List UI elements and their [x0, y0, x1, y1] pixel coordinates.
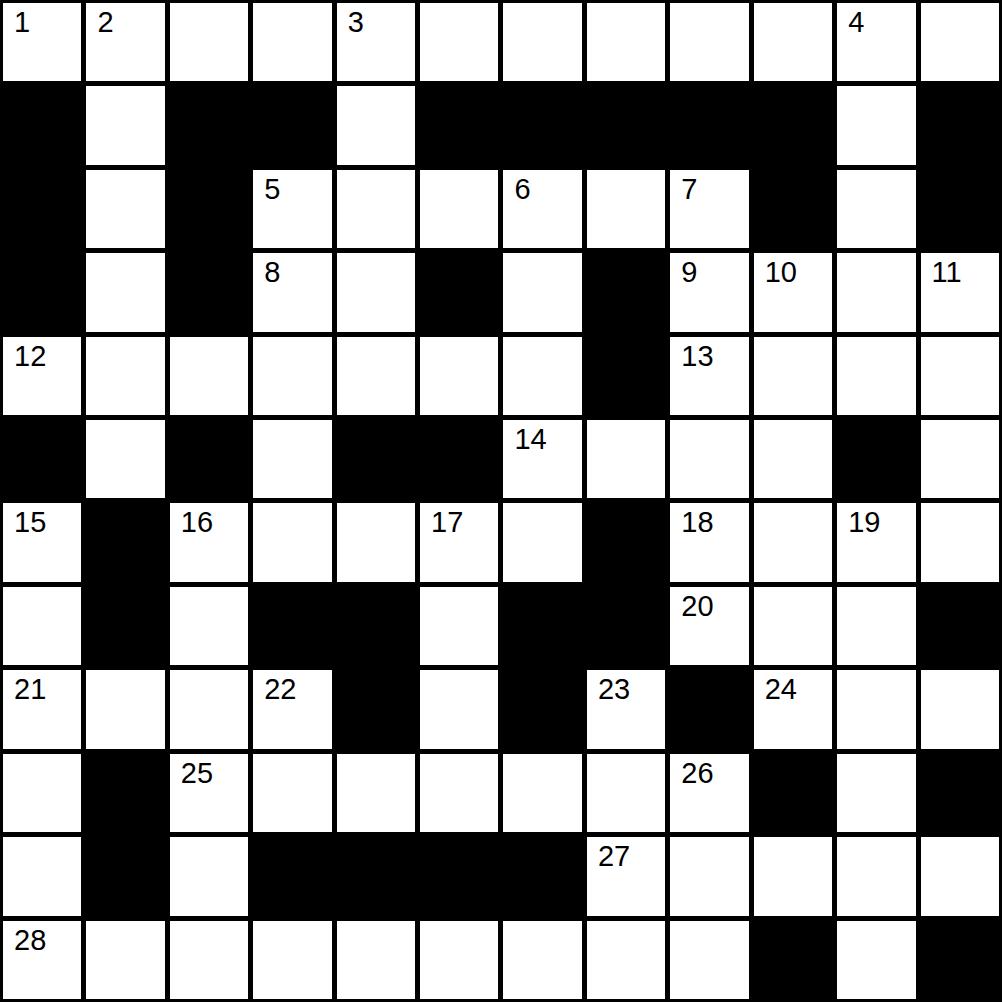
- letter-cell-r2c7[interactable]: [587, 170, 665, 248]
- letter-cell-r11c7[interactable]: [587, 921, 665, 999]
- letter-cell-r11c6[interactable]: [503, 921, 581, 999]
- clue-number-13: 13: [681, 342, 713, 371]
- letter-cell-r8c1[interactable]: [86, 670, 164, 748]
- letter-cell-r10c0[interactable]: [3, 837, 81, 915]
- block-cell-r8c6: [503, 670, 581, 748]
- clue-number-2: 2: [97, 8, 113, 37]
- letter-cell-r2c1[interactable]: [86, 170, 164, 248]
- letter-cell-r3c11[interactable]: 11: [921, 253, 999, 331]
- letter-cell-r1c4[interactable]: [337, 86, 415, 164]
- letter-cell-r11c8[interactable]: [670, 921, 748, 999]
- letter-cell-r0c6[interactable]: [503, 3, 581, 81]
- letter-cell-r2c6[interactable]: 6: [503, 170, 581, 248]
- letter-cell-r5c7[interactable]: [587, 420, 665, 498]
- block-cell-r10c4: [337, 837, 415, 915]
- letter-cell-r11c0[interactable]: 28: [3, 921, 81, 999]
- letter-cell-r10c2[interactable]: [170, 837, 248, 915]
- letter-cell-r3c6[interactable]: [503, 253, 581, 331]
- letter-cell-r6c5[interactable]: 17: [420, 503, 498, 581]
- block-cell-r5c10: [837, 420, 915, 498]
- block-cell-r1c9: [754, 86, 832, 164]
- letter-cell-r4c11[interactable]: [921, 337, 999, 415]
- letter-cell-r7c5[interactable]: [420, 587, 498, 665]
- letter-cell-r7c0[interactable]: [3, 587, 81, 665]
- letter-cell-r0c9[interactable]: [754, 3, 832, 81]
- block-cell-r4c7: [587, 337, 665, 415]
- letter-cell-r6c8[interactable]: 18: [670, 503, 748, 581]
- block-cell-r3c5: [420, 253, 498, 331]
- letter-cell-r9c7[interactable]: [587, 754, 665, 832]
- clue-number-6: 6: [514, 175, 530, 204]
- block-cell-r2c0: [3, 170, 81, 248]
- block-cell-r1c11: [921, 86, 999, 164]
- letter-cell-r4c1[interactable]: [86, 337, 164, 415]
- block-cell-r1c0: [3, 86, 81, 164]
- letter-cell-r10c9[interactable]: [754, 837, 832, 915]
- letter-cell-r10c10[interactable]: [837, 837, 915, 915]
- block-cell-r10c1: [86, 837, 164, 915]
- letter-cell-r7c2[interactable]: [170, 587, 248, 665]
- letter-cell-r10c8[interactable]: [670, 837, 748, 915]
- clue-number-17: 17: [431, 508, 463, 537]
- letter-cell-r6c11[interactable]: [921, 503, 999, 581]
- block-cell-r8c4: [337, 670, 415, 748]
- block-cell-r8c8: [670, 670, 748, 748]
- clue-number-26: 26: [681, 759, 713, 788]
- block-cell-r2c11: [921, 170, 999, 248]
- clue-number-3: 3: [348, 8, 364, 37]
- letter-cell-r4c8[interactable]: 13: [670, 337, 748, 415]
- block-cell-r3c2: [170, 253, 248, 331]
- letter-cell-r4c10[interactable]: [837, 337, 915, 415]
- block-cell-r11c9: [754, 921, 832, 999]
- letter-cell-r0c11[interactable]: [921, 3, 999, 81]
- letter-cell-r5c3[interactable]: [253, 420, 331, 498]
- letter-cell-r5c8[interactable]: [670, 420, 748, 498]
- letter-cell-r9c5[interactable]: [420, 754, 498, 832]
- letter-cell-r11c3[interactable]: [253, 921, 331, 999]
- letter-cell-r9c2[interactable]: 25: [170, 754, 248, 832]
- letter-cell-r8c10[interactable]: [837, 670, 915, 748]
- letter-cell-r8c11[interactable]: [921, 670, 999, 748]
- clue-number-9: 9: [681, 258, 697, 287]
- block-cell-r9c9: [754, 754, 832, 832]
- letter-cell-r4c3[interactable]: [253, 337, 331, 415]
- block-cell-r7c6: [503, 587, 581, 665]
- letter-cell-r8c0[interactable]: 21: [3, 670, 81, 748]
- clue-number-5: 5: [264, 175, 280, 204]
- letter-cell-r0c7[interactable]: [587, 3, 665, 81]
- letter-cell-r3c10[interactable]: [837, 253, 915, 331]
- letter-cell-r9c6[interactable]: [503, 754, 581, 832]
- clue-number-11: 11: [932, 258, 962, 287]
- letter-cell-r0c1[interactable]: 2: [86, 3, 164, 81]
- letter-cell-r8c2[interactable]: [170, 670, 248, 748]
- block-cell-r7c3: [253, 587, 331, 665]
- block-cell-r7c4: [337, 587, 415, 665]
- letter-cell-r2c4[interactable]: [337, 170, 415, 248]
- letter-cell-r3c1[interactable]: [86, 253, 164, 331]
- letter-cell-r5c1[interactable]: [86, 420, 164, 498]
- letter-cell-r9c3[interactable]: [253, 754, 331, 832]
- letter-cell-r1c1[interactable]: [86, 86, 164, 164]
- block-cell-r5c5: [420, 420, 498, 498]
- letter-cell-r11c5[interactable]: [420, 921, 498, 999]
- clue-number-15: 15: [14, 508, 46, 537]
- clue-number-19: 19: [848, 508, 880, 537]
- letter-cell-r4c6[interactable]: [503, 337, 581, 415]
- block-cell-r1c7: [587, 86, 665, 164]
- crossword-board: 1234567891011121314151617181920212223242…: [0, 0, 1002, 1002]
- clue-number-20: 20: [681, 592, 713, 621]
- letter-cell-r3c8[interactable]: 9: [670, 253, 748, 331]
- clue-number-24: 24: [765, 675, 797, 704]
- letter-cell-r7c8[interactable]: 20: [670, 587, 748, 665]
- clue-number-14: 14: [514, 425, 546, 454]
- block-cell-r11c11: [921, 921, 999, 999]
- letter-cell-r8c7[interactable]: 23: [587, 670, 665, 748]
- block-cell-r9c11: [921, 754, 999, 832]
- clue-number-8: 8: [264, 258, 280, 287]
- letter-cell-r6c10[interactable]: 19: [837, 503, 915, 581]
- letter-cell-r6c0[interactable]: 15: [3, 503, 81, 581]
- letter-cell-r2c8[interactable]: 7: [670, 170, 748, 248]
- letter-cell-r0c3[interactable]: [253, 3, 331, 81]
- letter-cell-r8c9[interactable]: 24: [754, 670, 832, 748]
- letter-cell-r11c1[interactable]: [86, 921, 164, 999]
- letter-cell-r4c5[interactable]: [420, 337, 498, 415]
- block-cell-r1c8: [670, 86, 748, 164]
- block-cell-r3c7: [587, 253, 665, 331]
- letter-cell-r0c0[interactable]: 1: [3, 3, 81, 81]
- clue-number-28: 28: [14, 926, 46, 955]
- clue-number-10: 10: [765, 258, 797, 287]
- letter-cell-r9c0[interactable]: [3, 754, 81, 832]
- block-cell-r5c2: [170, 420, 248, 498]
- clue-number-18: 18: [681, 508, 713, 537]
- block-cell-r10c3: [253, 837, 331, 915]
- letter-cell-r6c2[interactable]: 16: [170, 503, 248, 581]
- letter-cell-r2c3[interactable]: 5: [253, 170, 331, 248]
- block-cell-r3c0: [3, 253, 81, 331]
- letter-cell-r4c4[interactable]: [337, 337, 415, 415]
- clue-number-4: 4: [848, 8, 864, 37]
- letter-cell-r0c4[interactable]: 3: [337, 3, 415, 81]
- letter-cell-r6c9[interactable]: [754, 503, 832, 581]
- block-cell-r7c11: [921, 587, 999, 665]
- letter-cell-r6c3[interactable]: [253, 503, 331, 581]
- clue-number-1: 1: [14, 8, 30, 37]
- letter-cell-r10c11[interactable]: [921, 837, 999, 915]
- block-cell-r10c5: [420, 837, 498, 915]
- letter-cell-r4c0[interactable]: 12: [3, 337, 81, 415]
- letter-cell-r11c2[interactable]: [170, 921, 248, 999]
- block-cell-r7c1: [86, 587, 164, 665]
- clue-number-7: 7: [681, 175, 697, 204]
- letter-cell-r2c5[interactable]: [420, 170, 498, 248]
- letter-cell-r10c7[interactable]: 27: [587, 837, 665, 915]
- letter-cell-r3c9[interactable]: 10: [754, 253, 832, 331]
- clue-number-27: 27: [598, 842, 630, 871]
- block-cell-r10c6: [503, 837, 581, 915]
- block-cell-r6c7: [587, 503, 665, 581]
- clue-number-23: 23: [598, 675, 630, 704]
- block-cell-r6c1: [86, 503, 164, 581]
- letter-cell-r7c10[interactable]: [837, 587, 915, 665]
- block-cell-r9c1: [86, 754, 164, 832]
- letter-cell-r11c4[interactable]: [337, 921, 415, 999]
- letter-cell-r7c9[interactable]: [754, 587, 832, 665]
- clue-number-12: 12: [14, 342, 46, 371]
- letter-cell-r3c3[interactable]: 8: [253, 253, 331, 331]
- letter-cell-r9c4[interactable]: [337, 754, 415, 832]
- letter-cell-r3c4[interactable]: [337, 253, 415, 331]
- clue-number-21: 21: [14, 675, 46, 704]
- letter-cell-r5c6[interactable]: 14: [503, 420, 581, 498]
- letter-cell-r11c10[interactable]: [837, 921, 915, 999]
- letter-cell-r1c10[interactable]: [837, 86, 915, 164]
- clue-number-16: 16: [181, 508, 213, 537]
- block-cell-r1c5: [420, 86, 498, 164]
- letter-cell-r9c10[interactable]: [837, 754, 915, 832]
- letter-cell-r0c10[interactable]: 4: [837, 3, 915, 81]
- clue-number-25: 25: [181, 759, 213, 788]
- letter-cell-r0c5[interactable]: [420, 3, 498, 81]
- block-cell-r2c2: [170, 170, 248, 248]
- letter-cell-r9c8[interactable]: 26: [670, 754, 748, 832]
- block-cell-r5c4: [337, 420, 415, 498]
- letter-cell-r8c5[interactable]: [420, 670, 498, 748]
- letter-cell-r5c11[interactable]: [921, 420, 999, 498]
- block-cell-r1c2: [170, 86, 248, 164]
- letter-cell-r4c9[interactable]: [754, 337, 832, 415]
- letter-cell-r4c2[interactable]: [170, 337, 248, 415]
- letter-cell-r8c3[interactable]: 22: [253, 670, 331, 748]
- clue-number-22: 22: [264, 675, 296, 704]
- letter-cell-r2c10[interactable]: [837, 170, 915, 248]
- letter-cell-r0c2[interactable]: [170, 3, 248, 81]
- letter-cell-r0c8[interactable]: [670, 3, 748, 81]
- block-cell-r7c7: [587, 587, 665, 665]
- letter-cell-r6c4[interactable]: [337, 503, 415, 581]
- block-cell-r2c9: [754, 170, 832, 248]
- letter-cell-r6c6[interactable]: [503, 503, 581, 581]
- block-cell-r1c3: [253, 86, 331, 164]
- block-cell-r5c0: [3, 420, 81, 498]
- letter-cell-r5c9[interactable]: [754, 420, 832, 498]
- block-cell-r1c6: [503, 86, 581, 164]
